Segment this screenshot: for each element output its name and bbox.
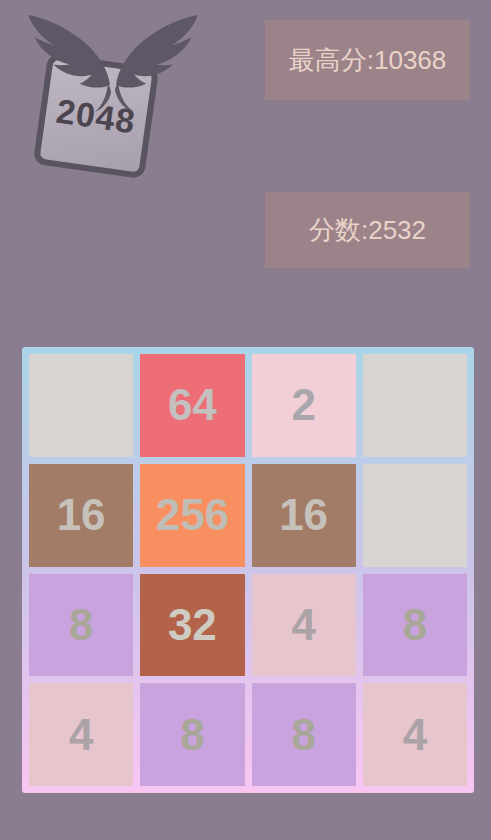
tile-2: 2 <box>252 354 356 457</box>
current-score-text: 分数:2532 <box>309 213 426 248</box>
tile-8: 8 <box>363 574 467 677</box>
game-board[interactable]: 6421625616832484884 <box>22 347 474 793</box>
empty-cell <box>29 354 133 457</box>
tile-8: 8 <box>29 574 133 677</box>
wings-icon <box>22 10 204 116</box>
best-score-text: 最高分:10368 <box>289 43 447 78</box>
tile-32: 32 <box>140 574 244 677</box>
current-score-badge: 分数:2532 <box>265 192 470 268</box>
best-score-badge: 最高分:10368 <box>265 20 470 100</box>
game-logo: 2048 <box>18 8 213 188</box>
tile-256: 256 <box>140 464 244 567</box>
tile-8: 8 <box>140 683 244 786</box>
empty-cell <box>363 464 467 567</box>
tile-4: 4 <box>252 574 356 677</box>
app-background: 2048 最高分:10368 分数:2532 64216256168324848… <box>0 0 491 840</box>
empty-cell <box>363 354 467 457</box>
tile-4: 4 <box>363 683 467 786</box>
tile-16: 16 <box>29 464 133 567</box>
tile-4: 4 <box>29 683 133 786</box>
tile-64: 64 <box>140 354 244 457</box>
tile-8: 8 <box>252 683 356 786</box>
tile-16: 16 <box>252 464 356 567</box>
